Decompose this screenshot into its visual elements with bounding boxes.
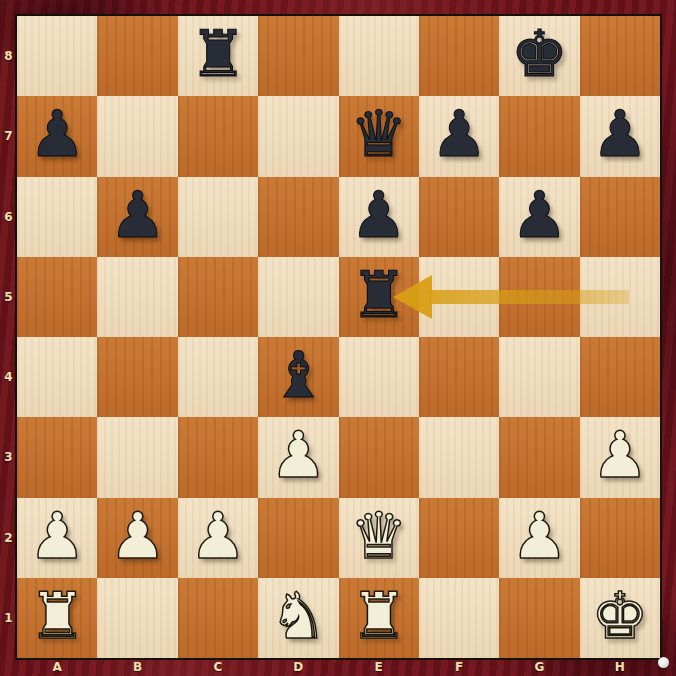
white-king-h1[interactable]: ♚	[591, 584, 648, 648]
square-e5[interactable]: ♜	[339, 257, 419, 337]
white-to-move-indicator	[658, 657, 669, 668]
square-d5[interactable]	[258, 257, 338, 337]
black-rook-c8[interactable]: ♜	[189, 22, 246, 86]
rank-label-1: 1	[0, 578, 17, 658]
square-c1[interactable]	[178, 578, 258, 658]
square-c8[interactable]: ♜	[178, 16, 258, 96]
black-queen-e7[interactable]: ♛	[350, 102, 407, 166]
square-a1[interactable]: ♜	[17, 578, 97, 658]
square-a2[interactable]: ♟	[17, 498, 97, 578]
file-label-c: C	[178, 658, 258, 676]
square-b6[interactable]: ♟	[97, 177, 177, 257]
white-rook-a1[interactable]: ♜	[29, 584, 86, 648]
square-f2[interactable]	[419, 498, 499, 578]
square-d4[interactable]: ♝	[258, 337, 338, 417]
square-b1[interactable]	[97, 578, 177, 658]
rank-labels: 87654321	[0, 16, 17, 658]
square-b2[interactable]: ♟	[97, 498, 177, 578]
square-f5[interactable]	[419, 257, 499, 337]
white-knight-d1[interactable]: ♞	[270, 584, 327, 648]
square-a3[interactable]	[17, 417, 97, 497]
file-label-e: E	[339, 658, 419, 676]
square-b3[interactable]	[97, 417, 177, 497]
square-f8[interactable]	[419, 16, 499, 96]
square-e8[interactable]	[339, 16, 419, 96]
rank-label-6: 6	[0, 177, 17, 257]
white-pawn-h3[interactable]: ♟	[591, 423, 648, 487]
square-a4[interactable]	[17, 337, 97, 417]
chessboard-frame: 87654321 ♜♚♟♛♟♟♟♟♟♜♝♟♟♟♟♟♛♟♜♞♜♚ ABCDEFGH	[0, 0, 676, 676]
square-h2[interactable]	[580, 498, 660, 578]
file-labels: ABCDEFGH	[17, 658, 660, 676]
square-a5[interactable]	[17, 257, 97, 337]
square-f6[interactable]	[419, 177, 499, 257]
square-h3[interactable]: ♟	[580, 417, 660, 497]
square-f7[interactable]: ♟	[419, 96, 499, 176]
square-e6[interactable]: ♟	[339, 177, 419, 257]
square-f3[interactable]	[419, 417, 499, 497]
black-pawn-b6[interactable]: ♟	[109, 183, 166, 247]
square-g8[interactable]: ♚	[499, 16, 579, 96]
black-king-g8[interactable]: ♚	[511, 22, 568, 86]
square-e2[interactable]: ♛	[339, 498, 419, 578]
square-e7[interactable]: ♛	[339, 96, 419, 176]
square-h5[interactable]	[580, 257, 660, 337]
square-g1[interactable]	[499, 578, 579, 658]
white-pawn-d3[interactable]: ♟	[270, 423, 327, 487]
square-d7[interactable]	[258, 96, 338, 176]
square-c4[interactable]	[178, 337, 258, 417]
rank-label-3: 3	[0, 417, 17, 497]
black-pawn-f7[interactable]: ♟	[430, 102, 487, 166]
square-h7[interactable]: ♟	[580, 96, 660, 176]
black-pawn-e6[interactable]: ♟	[350, 183, 407, 247]
rank-label-5: 5	[0, 257, 17, 337]
square-d3[interactable]: ♟	[258, 417, 338, 497]
rank-label-2: 2	[0, 498, 17, 578]
square-a7[interactable]: ♟	[17, 96, 97, 176]
rank-label-8: 8	[0, 16, 17, 96]
black-rook-e5[interactable]: ♜	[350, 263, 407, 327]
square-h4[interactable]	[580, 337, 660, 417]
square-g6[interactable]: ♟	[499, 177, 579, 257]
square-c5[interactable]	[178, 257, 258, 337]
rank-label-7: 7	[0, 96, 17, 176]
file-label-d: D	[258, 658, 338, 676]
square-h8[interactable]	[580, 16, 660, 96]
square-g2[interactable]: ♟	[499, 498, 579, 578]
square-g7[interactable]	[499, 96, 579, 176]
white-pawn-g2[interactable]: ♟	[511, 504, 568, 568]
square-c7[interactable]	[178, 96, 258, 176]
square-h6[interactable]	[580, 177, 660, 257]
white-pawn-a2[interactable]: ♟	[29, 504, 86, 568]
black-pawn-g6[interactable]: ♟	[511, 183, 568, 247]
square-c3[interactable]	[178, 417, 258, 497]
square-h1[interactable]: ♚	[580, 578, 660, 658]
square-b8[interactable]	[97, 16, 177, 96]
square-b4[interactable]	[97, 337, 177, 417]
square-d2[interactable]	[258, 498, 338, 578]
square-b7[interactable]	[97, 96, 177, 176]
square-g4[interactable]	[499, 337, 579, 417]
square-a6[interactable]	[17, 177, 97, 257]
square-g3[interactable]	[499, 417, 579, 497]
square-e1[interactable]: ♜	[339, 578, 419, 658]
board: ♜♚♟♛♟♟♟♟♟♜♝♟♟♟♟♟♛♟♜♞♜♚	[17, 16, 660, 658]
file-label-h: H	[580, 658, 660, 676]
black-bishop-d4[interactable]: ♝	[270, 343, 327, 407]
square-f4[interactable]	[419, 337, 499, 417]
square-c6[interactable]	[178, 177, 258, 257]
white-pawn-c2[interactable]: ♟	[189, 504, 246, 568]
file-label-f: F	[419, 658, 499, 676]
white-rook-e1[interactable]: ♜	[350, 584, 407, 648]
black-pawn-h7[interactable]: ♟	[591, 102, 648, 166]
black-pawn-a7[interactable]: ♟	[29, 102, 86, 166]
square-d8[interactable]	[258, 16, 338, 96]
square-e4[interactable]	[339, 337, 419, 417]
square-b5[interactable]	[97, 257, 177, 337]
rank-label-4: 4	[0, 337, 17, 417]
square-f1[interactable]	[419, 578, 499, 658]
square-d6[interactable]	[258, 177, 338, 257]
white-queen-e2[interactable]: ♛	[350, 504, 407, 568]
square-a8[interactable]	[17, 16, 97, 96]
file-label-b: B	[97, 658, 177, 676]
square-g5[interactable]	[499, 257, 579, 337]
white-pawn-b2[interactable]: ♟	[109, 504, 166, 568]
file-label-a: A	[17, 658, 97, 676]
square-d1[interactable]: ♞	[258, 578, 338, 658]
square-c2[interactable]: ♟	[178, 498, 258, 578]
square-e3[interactable]	[339, 417, 419, 497]
file-label-g: G	[499, 658, 579, 676]
